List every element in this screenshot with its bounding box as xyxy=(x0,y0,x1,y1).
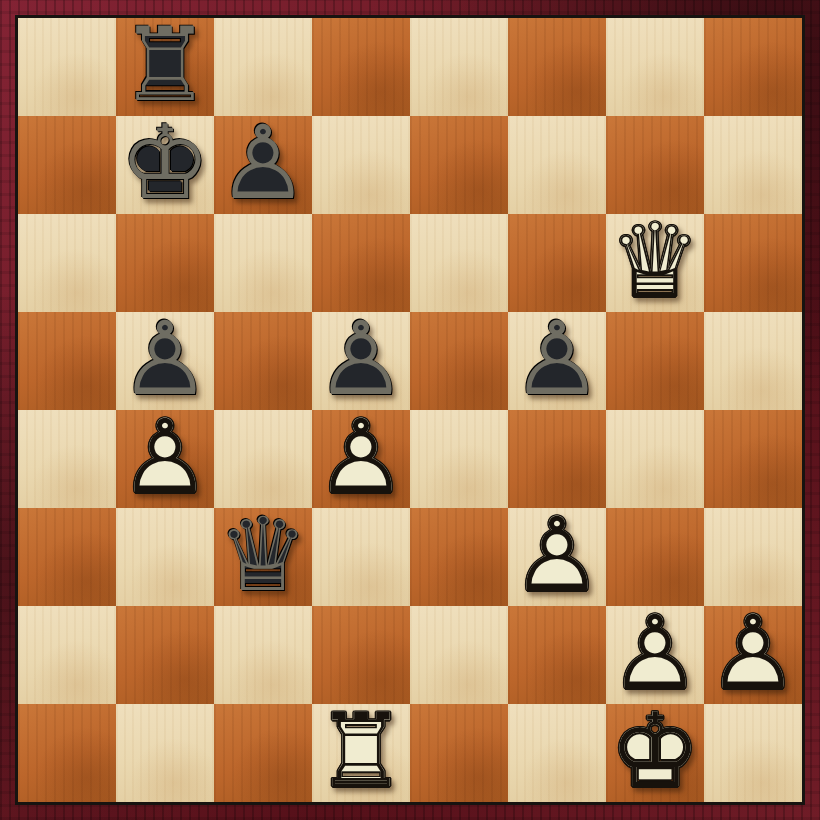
white-pawn[interactable]: ♟♙ xyxy=(704,606,802,704)
black-pawn-detail: ♙ xyxy=(214,116,312,214)
square-f6[interactable] xyxy=(508,214,606,312)
board-frame: ♜♖♚♔♟♙♛♕♟♙♟♙♟♙♟♙♟♙♛♕♟♙♟♙♟♙♜♖♚♔ xyxy=(0,0,820,820)
black-king-detail: ♔ xyxy=(116,116,214,214)
square-e3[interactable] xyxy=(410,508,508,606)
square-g1[interactable]: ♚♔ xyxy=(606,704,704,802)
square-a1[interactable] xyxy=(18,704,116,802)
chess-board: ♜♖♚♔♟♙♛♕♟♙♟♙♟♙♟♙♟♙♛♕♟♙♟♙♟♙♜♖♚♔ xyxy=(15,15,805,805)
square-d7[interactable] xyxy=(312,116,410,214)
square-h6[interactable] xyxy=(704,214,802,312)
square-d3[interactable] xyxy=(312,508,410,606)
square-b7[interactable]: ♚♔ xyxy=(116,116,214,214)
black-pawn-detail: ♙ xyxy=(508,312,606,410)
square-g3[interactable] xyxy=(606,508,704,606)
black-pawn-detail: ♙ xyxy=(116,312,214,410)
square-h1[interactable] xyxy=(704,704,802,802)
square-f5[interactable]: ♟♙ xyxy=(508,312,606,410)
square-c3[interactable]: ♛♕ xyxy=(214,508,312,606)
white-queen[interactable]: ♛♕ xyxy=(606,214,704,312)
square-e4[interactable] xyxy=(410,410,508,508)
square-d2[interactable] xyxy=(312,606,410,704)
square-g6[interactable]: ♛♕ xyxy=(606,214,704,312)
square-a7[interactable] xyxy=(18,116,116,214)
square-f3[interactable]: ♟♙ xyxy=(508,508,606,606)
square-b6[interactable] xyxy=(116,214,214,312)
square-e1[interactable] xyxy=(410,704,508,802)
square-f1[interactable] xyxy=(508,704,606,802)
black-pawn[interactable]: ♟♙ xyxy=(214,116,312,214)
white-king[interactable]: ♚♔ xyxy=(606,704,704,802)
white-pawn-detail: ♙ xyxy=(116,410,214,508)
square-h7[interactable] xyxy=(704,116,802,214)
black-rook-detail: ♖ xyxy=(116,18,214,116)
square-e7[interactable] xyxy=(410,116,508,214)
square-b1[interactable] xyxy=(116,704,214,802)
square-h8[interactable] xyxy=(704,18,802,116)
black-queen[interactable]: ♛♕ xyxy=(214,508,312,606)
square-d5[interactable]: ♟♙ xyxy=(312,312,410,410)
square-f7[interactable] xyxy=(508,116,606,214)
white-king-detail: ♔ xyxy=(606,704,704,802)
square-g8[interactable] xyxy=(606,18,704,116)
square-a3[interactable] xyxy=(18,508,116,606)
white-rook-detail: ♖ xyxy=(312,704,410,802)
white-rook[interactable]: ♜♖ xyxy=(312,704,410,802)
square-h2[interactable]: ♟♙ xyxy=(704,606,802,704)
square-c2[interactable] xyxy=(214,606,312,704)
square-c4[interactable] xyxy=(214,410,312,508)
square-c5[interactable] xyxy=(214,312,312,410)
square-c8[interactable] xyxy=(214,18,312,116)
square-d8[interactable] xyxy=(312,18,410,116)
square-c6[interactable] xyxy=(214,214,312,312)
square-g2[interactable]: ♟♙ xyxy=(606,606,704,704)
square-b4[interactable]: ♟♙ xyxy=(116,410,214,508)
square-a5[interactable] xyxy=(18,312,116,410)
square-f4[interactable] xyxy=(508,410,606,508)
white-pawn[interactable]: ♟♙ xyxy=(116,410,214,508)
square-d4[interactable]: ♟♙ xyxy=(312,410,410,508)
square-d1[interactable]: ♜♖ xyxy=(312,704,410,802)
square-g5[interactable] xyxy=(606,312,704,410)
white-pawn[interactable]: ♟♙ xyxy=(508,508,606,606)
square-b2[interactable] xyxy=(116,606,214,704)
white-pawn-detail: ♙ xyxy=(312,410,410,508)
black-rook[interactable]: ♜♖ xyxy=(116,18,214,116)
square-e8[interactable] xyxy=(410,18,508,116)
square-h5[interactable] xyxy=(704,312,802,410)
white-pawn[interactable]: ♟♙ xyxy=(606,606,704,704)
square-a6[interactable] xyxy=(18,214,116,312)
white-pawn[interactable]: ♟♙ xyxy=(312,410,410,508)
white-pawn-detail: ♙ xyxy=(704,606,802,704)
square-b8[interactable]: ♜♖ xyxy=(116,18,214,116)
square-b3[interactable] xyxy=(116,508,214,606)
white-queen-detail: ♕ xyxy=(606,214,704,312)
square-c7[interactable]: ♟♙ xyxy=(214,116,312,214)
square-e2[interactable] xyxy=(410,606,508,704)
white-pawn-detail: ♙ xyxy=(606,606,704,704)
square-h4[interactable] xyxy=(704,410,802,508)
square-e6[interactable] xyxy=(410,214,508,312)
square-c1[interactable] xyxy=(214,704,312,802)
white-pawn-detail: ♙ xyxy=(508,508,606,606)
square-a2[interactable] xyxy=(18,606,116,704)
black-pawn[interactable]: ♟♙ xyxy=(116,312,214,410)
square-a4[interactable] xyxy=(18,410,116,508)
black-king[interactable]: ♚♔ xyxy=(116,116,214,214)
black-pawn-detail: ♙ xyxy=(312,312,410,410)
black-queen-detail: ♕ xyxy=(214,508,312,606)
square-g7[interactable] xyxy=(606,116,704,214)
square-h3[interactable] xyxy=(704,508,802,606)
square-f2[interactable] xyxy=(508,606,606,704)
square-e5[interactable] xyxy=(410,312,508,410)
black-pawn[interactable]: ♟♙ xyxy=(508,312,606,410)
square-f8[interactable] xyxy=(508,18,606,116)
square-g4[interactable] xyxy=(606,410,704,508)
black-pawn[interactable]: ♟♙ xyxy=(312,312,410,410)
square-a8[interactable] xyxy=(18,18,116,116)
square-d6[interactable] xyxy=(312,214,410,312)
square-b5[interactable]: ♟♙ xyxy=(116,312,214,410)
